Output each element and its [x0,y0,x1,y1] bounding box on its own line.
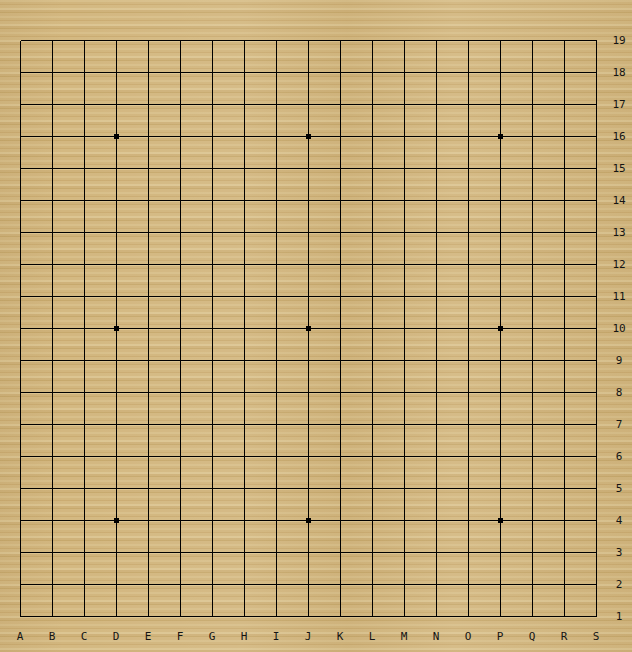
intersection-P6[interactable] [484,440,516,472]
intersection-B12[interactable] [36,248,68,280]
intersection-N7[interactable] [420,408,452,440]
intersection-K8[interactable] [324,376,356,408]
intersection-O11[interactable] [452,280,484,312]
intersection-R7[interactable] [548,408,580,440]
intersection-I16[interactable] [260,120,292,152]
intersection-Q16[interactable] [516,120,548,152]
intersection-O7[interactable] [452,408,484,440]
intersection-E17[interactable] [132,88,164,120]
intersection-A16[interactable] [4,120,36,152]
intersection-E12[interactable] [132,248,164,280]
intersection-Q2[interactable] [516,568,548,600]
intersection-N13[interactable] [420,216,452,248]
intersection-G10[interactable] [196,312,228,344]
intersection-H6[interactable] [228,440,260,472]
intersection-M8[interactable] [388,376,420,408]
intersection-M10[interactable] [388,312,420,344]
intersection-K10[interactable] [324,312,356,344]
intersection-A11[interactable] [4,280,36,312]
intersection-G16[interactable] [196,120,228,152]
intersection-E7[interactable] [132,408,164,440]
intersection-P16[interactable] [484,120,516,152]
intersection-I4[interactable] [260,504,292,536]
intersection-F14[interactable] [164,184,196,216]
intersection-J1[interactable] [292,600,324,632]
intersection-B15[interactable] [36,152,68,184]
intersection-R1[interactable] [548,600,580,632]
intersection-C17[interactable] [68,88,100,120]
intersection-C14[interactable] [68,184,100,216]
intersection-B14[interactable] [36,184,68,216]
intersection-Q9[interactable] [516,344,548,376]
intersection-F13[interactable] [164,216,196,248]
intersection-M5[interactable] [388,472,420,504]
intersection-B13[interactable] [36,216,68,248]
intersection-C3[interactable] [68,536,100,568]
intersection-N17[interactable] [420,88,452,120]
intersection-O5[interactable] [452,472,484,504]
intersection-R14[interactable] [548,184,580,216]
intersection-O9[interactable] [452,344,484,376]
intersection-D3[interactable] [100,536,132,568]
intersection-A5[interactable] [4,472,36,504]
intersection-M19[interactable] [388,24,420,56]
intersection-O14[interactable] [452,184,484,216]
intersection-A13[interactable] [4,216,36,248]
intersection-B18[interactable] [36,56,68,88]
intersection-J19[interactable] [292,24,324,56]
intersection-G5[interactable] [196,472,228,504]
intersection-R10[interactable] [548,312,580,344]
intersection-F7[interactable] [164,408,196,440]
intersection-L10[interactable] [356,312,388,344]
intersection-K3[interactable] [324,536,356,568]
intersection-A2[interactable] [4,568,36,600]
intersection-E8[interactable] [132,376,164,408]
intersection-E13[interactable] [132,216,164,248]
intersection-L2[interactable] [356,568,388,600]
intersection-A15[interactable] [4,152,36,184]
intersection-H17[interactable] [228,88,260,120]
intersection-Q18[interactable] [516,56,548,88]
intersection-L3[interactable] [356,536,388,568]
intersection-Q4[interactable] [516,504,548,536]
intersection-D8[interactable] [100,376,132,408]
intersection-F10[interactable] [164,312,196,344]
intersection-Q14[interactable] [516,184,548,216]
intersection-C4[interactable] [68,504,100,536]
intersection-K2[interactable] [324,568,356,600]
intersection-I15[interactable] [260,152,292,184]
intersection-N5[interactable] [420,472,452,504]
intersection-N14[interactable] [420,184,452,216]
intersection-F12[interactable] [164,248,196,280]
intersection-B1[interactable] [36,600,68,632]
intersection-B2[interactable] [36,568,68,600]
intersection-R2[interactable] [548,568,580,600]
intersection-J3[interactable] [292,536,324,568]
intersection-C5[interactable] [68,472,100,504]
intersection-H13[interactable] [228,216,260,248]
intersection-D19[interactable] [100,24,132,56]
intersection-A1[interactable] [4,600,36,632]
intersection-D17[interactable] [100,88,132,120]
intersection-R12[interactable] [548,248,580,280]
intersection-M9[interactable] [388,344,420,376]
intersection-P1[interactable] [484,600,516,632]
intersection-A10[interactable] [4,312,36,344]
intersection-R17[interactable] [548,88,580,120]
intersection-N16[interactable] [420,120,452,152]
intersection-D12[interactable] [100,248,132,280]
intersection-B10[interactable] [36,312,68,344]
intersection-A3[interactable] [4,536,36,568]
intersection-L1[interactable] [356,600,388,632]
intersection-K13[interactable] [324,216,356,248]
intersection-H5[interactable] [228,472,260,504]
intersection-C10[interactable] [68,312,100,344]
intersection-F6[interactable] [164,440,196,472]
intersection-B7[interactable] [36,408,68,440]
intersection-K16[interactable] [324,120,356,152]
intersection-E5[interactable] [132,472,164,504]
intersection-F3[interactable] [164,536,196,568]
intersection-O8[interactable] [452,376,484,408]
intersection-R9[interactable] [548,344,580,376]
intersection-J17[interactable] [292,88,324,120]
intersection-G12[interactable] [196,248,228,280]
intersection-O16[interactable] [452,120,484,152]
intersection-D15[interactable] [100,152,132,184]
intersection-M4[interactable] [388,504,420,536]
intersection-A7[interactable] [4,408,36,440]
intersection-E3[interactable] [132,536,164,568]
intersection-O19[interactable] [452,24,484,56]
intersection-O2[interactable] [452,568,484,600]
intersection-B9[interactable] [36,344,68,376]
intersection-E10[interactable] [132,312,164,344]
intersection-P11[interactable] [484,280,516,312]
intersection-I10[interactable] [260,312,292,344]
intersection-L19[interactable] [356,24,388,56]
intersection-N18[interactable] [420,56,452,88]
intersection-C16[interactable] [68,120,100,152]
intersection-B5[interactable] [36,472,68,504]
intersection-F8[interactable] [164,376,196,408]
intersection-M7[interactable] [388,408,420,440]
intersection-I3[interactable] [260,536,292,568]
intersection-L14[interactable] [356,184,388,216]
intersection-N19[interactable] [420,24,452,56]
intersection-H15[interactable] [228,152,260,184]
intersection-I6[interactable] [260,440,292,472]
intersection-R8[interactable] [548,376,580,408]
intersection-F9[interactable] [164,344,196,376]
intersection-R4[interactable] [548,504,580,536]
intersection-H1[interactable] [228,600,260,632]
intersection-I7[interactable] [260,408,292,440]
intersection-K17[interactable] [324,88,356,120]
intersection-C2[interactable] [68,568,100,600]
intersection-F4[interactable] [164,504,196,536]
intersection-I11[interactable] [260,280,292,312]
intersection-L7[interactable] [356,408,388,440]
intersection-H14[interactable] [228,184,260,216]
intersection-D6[interactable] [100,440,132,472]
intersection-I2[interactable] [260,568,292,600]
intersection-H8[interactable] [228,376,260,408]
intersection-O10[interactable] [452,312,484,344]
intersection-Q19[interactable] [516,24,548,56]
intersection-P8[interactable] [484,376,516,408]
intersection-I1[interactable] [260,600,292,632]
intersection-N4[interactable] [420,504,452,536]
intersection-R6[interactable] [548,440,580,472]
intersection-A14[interactable] [4,184,36,216]
intersection-G9[interactable] [196,344,228,376]
intersection-A4[interactable] [4,504,36,536]
intersection-P13[interactable] [484,216,516,248]
intersection-G11[interactable] [196,280,228,312]
intersection-G18[interactable] [196,56,228,88]
intersection-G14[interactable] [196,184,228,216]
intersection-L16[interactable] [356,120,388,152]
intersection-L13[interactable] [356,216,388,248]
intersection-P10[interactable] [484,312,516,344]
intersection-P19[interactable] [484,24,516,56]
intersection-K6[interactable] [324,440,356,472]
intersection-A17[interactable] [4,88,36,120]
intersection-J6[interactable] [292,440,324,472]
intersection-E9[interactable] [132,344,164,376]
intersection-K14[interactable] [324,184,356,216]
intersection-H4[interactable] [228,504,260,536]
intersection-P15[interactable] [484,152,516,184]
intersection-E4[interactable] [132,504,164,536]
intersection-R15[interactable] [548,152,580,184]
intersection-E15[interactable] [132,152,164,184]
intersection-O1[interactable] [452,600,484,632]
intersection-H9[interactable] [228,344,260,376]
intersection-G6[interactable] [196,440,228,472]
intersection-J15[interactable] [292,152,324,184]
intersection-E19[interactable] [132,24,164,56]
intersection-E6[interactable] [132,440,164,472]
intersection-A8[interactable] [4,376,36,408]
intersection-B17[interactable] [36,88,68,120]
intersection-H11[interactable] [228,280,260,312]
intersection-C7[interactable] [68,408,100,440]
intersection-M6[interactable] [388,440,420,472]
intersection-J11[interactable] [292,280,324,312]
intersection-G8[interactable] [196,376,228,408]
intersection-Q12[interactable] [516,248,548,280]
intersection-E18[interactable] [132,56,164,88]
intersection-L18[interactable] [356,56,388,88]
intersection-F11[interactable] [164,280,196,312]
intersection-F1[interactable] [164,600,196,632]
intersection-H12[interactable] [228,248,260,280]
intersection-L15[interactable] [356,152,388,184]
intersection-O12[interactable] [452,248,484,280]
intersection-R5[interactable] [548,472,580,504]
intersection-P14[interactable] [484,184,516,216]
intersection-D5[interactable] [100,472,132,504]
intersection-A18[interactable] [4,56,36,88]
intersection-H10[interactable] [228,312,260,344]
intersection-L6[interactable] [356,440,388,472]
intersection-A9[interactable] [4,344,36,376]
intersection-N2[interactable] [420,568,452,600]
intersection-L11[interactable] [356,280,388,312]
intersection-B19[interactable] [36,24,68,56]
intersection-P9[interactable] [484,344,516,376]
intersection-F16[interactable] [164,120,196,152]
intersection-D13[interactable] [100,216,132,248]
intersection-C19[interactable] [68,24,100,56]
intersection-H19[interactable] [228,24,260,56]
intersection-J12[interactable] [292,248,324,280]
intersection-B11[interactable] [36,280,68,312]
intersection-F18[interactable] [164,56,196,88]
intersection-G1[interactable] [196,600,228,632]
intersection-G4[interactable] [196,504,228,536]
intersection-C9[interactable] [68,344,100,376]
intersection-I17[interactable] [260,88,292,120]
intersection-O3[interactable] [452,536,484,568]
intersection-B3[interactable] [36,536,68,568]
intersection-G15[interactable] [196,152,228,184]
intersection-D4[interactable] [100,504,132,536]
intersection-N15[interactable] [420,152,452,184]
intersection-P7[interactable] [484,408,516,440]
intersection-P3[interactable] [484,536,516,568]
intersection-Q5[interactable] [516,472,548,504]
intersection-N1[interactable] [420,600,452,632]
intersection-P18[interactable] [484,56,516,88]
intersection-C6[interactable] [68,440,100,472]
intersection-P12[interactable] [484,248,516,280]
intersection-F5[interactable] [164,472,196,504]
intersection-P4[interactable] [484,504,516,536]
intersection-J5[interactable] [292,472,324,504]
intersection-I18[interactable] [260,56,292,88]
intersection-I14[interactable] [260,184,292,216]
intersection-J4[interactable] [292,504,324,536]
intersection-N3[interactable] [420,536,452,568]
intersection-G13[interactable] [196,216,228,248]
intersection-J7[interactable] [292,408,324,440]
intersection-R16[interactable] [548,120,580,152]
intersection-N12[interactable] [420,248,452,280]
intersection-K4[interactable] [324,504,356,536]
intersection-L12[interactable] [356,248,388,280]
intersection-K7[interactable] [324,408,356,440]
intersection-K18[interactable] [324,56,356,88]
intersection-A12[interactable] [4,248,36,280]
intersection-K5[interactable] [324,472,356,504]
intersection-E16[interactable] [132,120,164,152]
intersection-F15[interactable] [164,152,196,184]
intersection-I13[interactable] [260,216,292,248]
intersection-H18[interactable] [228,56,260,88]
intersection-Q3[interactable] [516,536,548,568]
intersection-P2[interactable] [484,568,516,600]
intersection-F17[interactable] [164,88,196,120]
intersection-J18[interactable] [292,56,324,88]
intersection-D11[interactable] [100,280,132,312]
intersection-O13[interactable] [452,216,484,248]
intersection-E1[interactable] [132,600,164,632]
intersection-M13[interactable] [388,216,420,248]
intersection-C1[interactable] [68,600,100,632]
intersection-J13[interactable] [292,216,324,248]
intersection-M17[interactable] [388,88,420,120]
intersection-A19[interactable] [4,24,36,56]
intersection-O4[interactable] [452,504,484,536]
intersection-E11[interactable] [132,280,164,312]
intersection-Q7[interactable] [516,408,548,440]
intersection-I19[interactable] [260,24,292,56]
intersection-Q17[interactable] [516,88,548,120]
intersection-I9[interactable] [260,344,292,376]
intersection-M16[interactable] [388,120,420,152]
intersection-I8[interactable] [260,376,292,408]
intersection-Q15[interactable] [516,152,548,184]
intersection-R18[interactable] [548,56,580,88]
intersection-J2[interactable] [292,568,324,600]
intersection-M18[interactable] [388,56,420,88]
intersection-Q13[interactable] [516,216,548,248]
intersection-I5[interactable] [260,472,292,504]
intersection-B16[interactable] [36,120,68,152]
intersection-G19[interactable] [196,24,228,56]
intersection-M12[interactable] [388,248,420,280]
intersection-R11[interactable] [548,280,580,312]
intersection-Q1[interactable] [516,600,548,632]
intersection-K19[interactable] [324,24,356,56]
intersection-D14[interactable] [100,184,132,216]
intersection-M2[interactable] [388,568,420,600]
intersection-D2[interactable] [100,568,132,600]
intersection-K15[interactable] [324,152,356,184]
intersection-G2[interactable] [196,568,228,600]
intersection-L8[interactable] [356,376,388,408]
intersection-E14[interactable] [132,184,164,216]
intersection-D7[interactable] [100,408,132,440]
intersection-K1[interactable] [324,600,356,632]
intersection-G17[interactable] [196,88,228,120]
intersection-R3[interactable] [548,536,580,568]
intersection-N6[interactable] [420,440,452,472]
intersection-M14[interactable] [388,184,420,216]
intersection-N8[interactable] [420,376,452,408]
intersection-L4[interactable] [356,504,388,536]
intersection-N10[interactable] [420,312,452,344]
intersection-Q8[interactable] [516,376,548,408]
intersection-M15[interactable] [388,152,420,184]
intersection-G7[interactable] [196,408,228,440]
intersection-D1[interactable] [100,600,132,632]
intersection-J9[interactable] [292,344,324,376]
intersection-Q6[interactable] [516,440,548,472]
intersection-N9[interactable] [420,344,452,376]
intersection-J10[interactable] [292,312,324,344]
intersection-D9[interactable] [100,344,132,376]
intersection-J14[interactable] [292,184,324,216]
intersection-H3[interactable] [228,536,260,568]
intersection-Q11[interactable] [516,280,548,312]
